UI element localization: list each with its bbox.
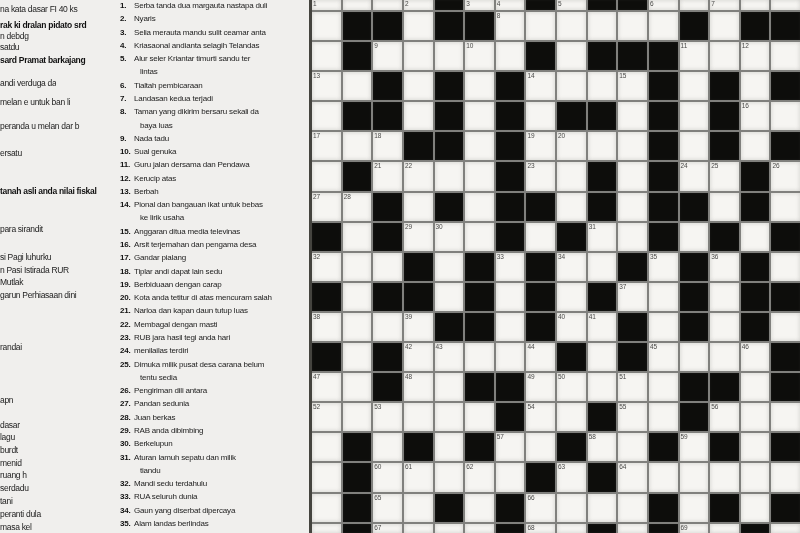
grid-cell[interactable] bbox=[465, 72, 494, 100]
grid-cell[interactable]: 7 bbox=[710, 0, 739, 10]
grid-cell[interactable] bbox=[741, 433, 770, 461]
grid-cell[interactable] bbox=[618, 162, 647, 190]
grid-cell[interactable]: 38 bbox=[312, 313, 341, 341]
grid-cell[interactable] bbox=[465, 102, 494, 130]
clue-number: 27. bbox=[120, 399, 134, 409]
clue-text: Berbah bbox=[134, 187, 159, 196]
grid-cell[interactable] bbox=[404, 494, 433, 522]
clue-text: Kerucip atas bbox=[134, 174, 176, 183]
grid-cell-black bbox=[710, 72, 739, 100]
grid-cell[interactable] bbox=[435, 524, 464, 533]
grid-cell[interactable] bbox=[618, 193, 647, 221]
grid-cell-black bbox=[496, 403, 525, 431]
grid-cell[interactable]: 46 bbox=[741, 343, 770, 371]
grid-cell-black bbox=[741, 524, 770, 533]
cell-clue-number: 47 bbox=[313, 373, 320, 380]
grid-cell[interactable]: 3 bbox=[465, 0, 494, 10]
left-text-fragment-line: andi verduga dakan bbox=[0, 78, 56, 88]
grid-cell[interactable]: 40 bbox=[557, 313, 586, 341]
grid-cell[interactable] bbox=[526, 12, 555, 40]
grid-cell[interactable]: 1 bbox=[312, 0, 341, 10]
grid-cell[interactable] bbox=[680, 132, 709, 160]
grid-cell[interactable] bbox=[404, 102, 433, 130]
grid-cell[interactable] bbox=[771, 253, 800, 281]
grid-cell[interactable] bbox=[710, 313, 739, 341]
clue-number: 21. bbox=[120, 306, 134, 316]
grid-cell[interactable] bbox=[680, 72, 709, 100]
grid-cell-black bbox=[741, 193, 770, 221]
grid-cell[interactable]: 61 bbox=[404, 463, 433, 491]
clue-item: 12.Kerucip atas bbox=[120, 174, 310, 184]
grid-cell[interactable] bbox=[465, 403, 494, 431]
grid-cell-black bbox=[771, 494, 800, 522]
grid-cell[interactable] bbox=[741, 494, 770, 522]
grid-cell[interactable]: 29 bbox=[404, 223, 433, 251]
grid-cell[interactable] bbox=[465, 223, 494, 251]
clue-text: Kota anda tetitur di atas mencuram salah bbox=[134, 293, 272, 302]
grid-cell[interactable]: 36 bbox=[710, 253, 739, 281]
clue-number: 9. bbox=[120, 134, 134, 144]
grid-cell-black bbox=[435, 102, 464, 130]
grid-cell[interactable] bbox=[404, 42, 433, 70]
grid-cell[interactable] bbox=[343, 0, 372, 10]
grid-cell[interactable] bbox=[312, 42, 341, 70]
grid-cell[interactable] bbox=[649, 283, 678, 311]
grid-cell[interactable]: 28 bbox=[343, 193, 372, 221]
grid-cell[interactable]: 16 bbox=[741, 102, 770, 130]
grid-cell[interactable]: 63 bbox=[557, 463, 586, 491]
grid-cell[interactable] bbox=[435, 42, 464, 70]
grid-cell[interactable]: 51 bbox=[618, 373, 647, 401]
grid-cell[interactable] bbox=[771, 42, 800, 70]
grid-cell[interactable] bbox=[588, 373, 617, 401]
grid-cell[interactable]: 41 bbox=[588, 313, 617, 341]
grid-cell[interactable] bbox=[771, 403, 800, 431]
grid-cell-black bbox=[618, 42, 647, 70]
grid-cell-black bbox=[496, 193, 525, 221]
grid-cell[interactable] bbox=[496, 42, 525, 70]
grid-cell[interactable] bbox=[435, 373, 464, 401]
grid-cell[interactable]: 20 bbox=[557, 132, 586, 160]
grid-cell[interactable]: 22 bbox=[404, 162, 433, 190]
cell-clue-number: 34 bbox=[558, 253, 565, 260]
grid-cell[interactable]: 23 bbox=[526, 162, 555, 190]
grid-cell[interactable]: 27 bbox=[312, 193, 341, 221]
grid-cell[interactable] bbox=[465, 343, 494, 371]
grid-cell-black bbox=[618, 343, 647, 371]
grid-cell[interactable] bbox=[312, 524, 341, 533]
grid-cell[interactable] bbox=[312, 463, 341, 491]
clue-continuation-line: tentu sedia bbox=[120, 373, 330, 383]
grid-cell[interactable] bbox=[343, 403, 372, 431]
grid-cell-black bbox=[496, 102, 525, 130]
grid-cell[interactable] bbox=[618, 12, 647, 40]
grid-cell[interactable] bbox=[557, 524, 586, 533]
grid-cell[interactable] bbox=[404, 72, 433, 100]
grid-cell[interactable] bbox=[404, 524, 433, 533]
grid-cell-black bbox=[741, 313, 770, 341]
clue-number: 24. bbox=[120, 346, 134, 356]
grid-cell-black bbox=[373, 193, 402, 221]
grid-cell[interactable] bbox=[526, 102, 555, 130]
clue-text-panel: na kata dasar FI 40 ksrak ki dralan pida… bbox=[0, 0, 309, 533]
grid-cell[interactable] bbox=[680, 343, 709, 371]
grid-cell[interactable] bbox=[771, 524, 800, 533]
grid-cell[interactable]: 42 bbox=[404, 343, 433, 371]
grid-cell[interactable]: 33 bbox=[496, 253, 525, 281]
grid-cell[interactable]: 21 bbox=[373, 162, 402, 190]
grid-cell[interactable] bbox=[618, 132, 647, 160]
grid-cell[interactable]: 26 bbox=[771, 162, 800, 190]
grid-cell[interactable]: 30 bbox=[435, 223, 464, 251]
clue-text: Membagal dengan masti bbox=[134, 320, 217, 329]
grid-cell[interactable] bbox=[435, 253, 464, 281]
clue-number: 32. bbox=[120, 479, 134, 489]
grid-cell[interactable]: 34 bbox=[557, 253, 586, 281]
grid-cell[interactable] bbox=[373, 253, 402, 281]
grid-cell[interactable] bbox=[588, 12, 617, 40]
grid-cell[interactable] bbox=[680, 102, 709, 130]
left-text-fragment-line: masa kel bbox=[0, 522, 42, 532]
grid-cell[interactable]: 11 bbox=[680, 42, 709, 70]
grid-cell[interactable] bbox=[588, 72, 617, 100]
grid-cell[interactable] bbox=[557, 162, 586, 190]
grid-cell[interactable]: 67 bbox=[373, 524, 402, 533]
grid-cell-black bbox=[526, 283, 555, 311]
grid-cell[interactable] bbox=[496, 283, 525, 311]
grid-cell[interactable]: 66 bbox=[526, 494, 555, 522]
cell-clue-number: 27 bbox=[313, 193, 320, 200]
left-text-fragment-line: garun Perhiasaan dini bbox=[0, 290, 100, 300]
clue-number: 3. bbox=[120, 28, 134, 38]
clue-number: 28. bbox=[120, 413, 134, 423]
grid-cell[interactable] bbox=[710, 193, 739, 221]
cell-clue-number: 22 bbox=[405, 162, 412, 169]
grid-cell[interactable] bbox=[741, 463, 770, 491]
grid-cell[interactable]: 17 bbox=[312, 132, 341, 160]
grid-cell[interactable]: 62 bbox=[465, 463, 494, 491]
grid-cell[interactable] bbox=[680, 0, 709, 10]
grid-cell[interactable] bbox=[435, 283, 464, 311]
grid-cell[interactable] bbox=[710, 42, 739, 70]
grid-cell[interactable]: 53 bbox=[373, 403, 402, 431]
grid-cell[interactable] bbox=[343, 283, 372, 311]
grid-cell[interactable] bbox=[618, 524, 647, 533]
grid-cell[interactable]: 56 bbox=[710, 403, 739, 431]
clue-text: tiandu bbox=[140, 466, 161, 475]
cell-clue-number: 38 bbox=[313, 313, 320, 320]
grid-cell-black bbox=[710, 433, 739, 461]
grid-cell[interactable] bbox=[404, 403, 433, 431]
grid-cell[interactable] bbox=[771, 193, 800, 221]
grid-cell[interactable] bbox=[649, 403, 678, 431]
left-text-fragment-line: burdt bbox=[0, 445, 36, 455]
cell-clue-number: 26 bbox=[772, 162, 779, 169]
grid-cell[interactable] bbox=[343, 253, 372, 281]
grid-cell-black bbox=[710, 102, 739, 130]
grid-cell[interactable] bbox=[618, 223, 647, 251]
grid-cell-black bbox=[404, 433, 433, 461]
grid-cell[interactable] bbox=[343, 132, 372, 160]
grid-cell[interactable] bbox=[312, 162, 341, 190]
grid-cell[interactable]: 68 bbox=[526, 524, 555, 533]
clue-text: Taman yang dikirim bersaru sekali da bbox=[134, 107, 259, 116]
grid-cell-black bbox=[404, 132, 433, 160]
grid-cell[interactable] bbox=[404, 193, 433, 221]
grid-cell[interactable] bbox=[557, 12, 586, 40]
grid-cell[interactable] bbox=[312, 494, 341, 522]
grid-cell-black bbox=[435, 313, 464, 341]
grid-cell[interactable] bbox=[649, 313, 678, 341]
grid-cell-black bbox=[649, 42, 678, 70]
cell-clue-number: 16 bbox=[742, 102, 749, 109]
grid-cell-black bbox=[771, 433, 800, 461]
grid-cell[interactable]: 44 bbox=[526, 343, 555, 371]
grid-cell[interactable] bbox=[496, 313, 525, 341]
grid-cell-black bbox=[526, 0, 555, 10]
clue-item: 35.Alam landas berlindas bbox=[120, 519, 310, 529]
crossword-scan-page: na kata dasar FI 40 ksrak ki dralan pida… bbox=[0, 0, 800, 533]
clue-item: 17.Gandar pialang bbox=[120, 253, 310, 263]
clue-item: 1.Serba tanda dua margauta nastapa duli bbox=[120, 1, 310, 11]
grid-cell[interactable] bbox=[741, 403, 770, 431]
clue-text: Mandi sedu terdahulu bbox=[134, 479, 207, 488]
cell-clue-number: 42 bbox=[405, 343, 412, 350]
clue-text: Kriasaonal andianta selagih Telandas bbox=[134, 41, 259, 50]
grid-cell[interactable]: 12 bbox=[741, 42, 770, 70]
grid-cell[interactable] bbox=[588, 132, 617, 160]
clue-item: 8.Taman yang dikirim bersaru sekali da bbox=[120, 107, 310, 117]
grid-cell[interactable]: 60 bbox=[373, 463, 402, 491]
cell-clue-number: 31 bbox=[589, 223, 596, 230]
grid-cell[interactable]: 59 bbox=[680, 433, 709, 461]
clue-item: 7.Landasan kedua terjadi bbox=[120, 94, 310, 104]
grid-cell-black bbox=[771, 343, 800, 371]
grid-cell[interactable] bbox=[404, 12, 433, 40]
grid-cell-black bbox=[649, 524, 678, 533]
grid-cell-black bbox=[496, 72, 525, 100]
grid-cell-black bbox=[343, 42, 372, 70]
grid-cell[interactable]: 50 bbox=[557, 373, 586, 401]
grid-cell[interactable] bbox=[312, 102, 341, 130]
grid-cell-black bbox=[496, 132, 525, 160]
grid-cell[interactable]: 54 bbox=[526, 403, 555, 431]
grid-cell[interactable]: 58 bbox=[588, 433, 617, 461]
grid-cell[interactable] bbox=[557, 403, 586, 431]
grid-cell[interactable] bbox=[680, 494, 709, 522]
grid-cell[interactable] bbox=[343, 373, 372, 401]
grid-cell[interactable] bbox=[741, 132, 770, 160]
grid-cell[interactable]: 31 bbox=[588, 223, 617, 251]
grid-cell[interactable] bbox=[435, 403, 464, 431]
clue-item: 20.Kota anda tetitur di atas mencuram sa… bbox=[120, 293, 310, 303]
grid-cell[interactable]: 47 bbox=[312, 373, 341, 401]
grid-cell[interactable] bbox=[710, 463, 739, 491]
grid-cell[interactable] bbox=[710, 524, 739, 533]
grid-cell[interactable] bbox=[435, 463, 464, 491]
grid-cell[interactable]: 2 bbox=[404, 0, 433, 10]
grid-cell[interactable] bbox=[373, 313, 402, 341]
grid-cell[interactable]: 6 bbox=[649, 0, 678, 10]
clue-text: Tiplar andi dapat lain sedu bbox=[134, 267, 222, 276]
grid-cell[interactable]: 25 bbox=[710, 162, 739, 190]
grid-cell-black bbox=[343, 12, 372, 40]
grid-cell[interactable]: 69 bbox=[680, 524, 709, 533]
cell-clue-number: 18 bbox=[374, 132, 381, 139]
grid-cell-black bbox=[343, 524, 372, 533]
clue-number: 35. bbox=[120, 519, 134, 529]
grid-cell[interactable]: 5 bbox=[557, 0, 586, 10]
grid-cell-black bbox=[496, 524, 525, 533]
grid-cell-black bbox=[435, 494, 464, 522]
clue-number: 34. bbox=[120, 506, 134, 516]
grid-cell[interactable]: 57 bbox=[496, 433, 525, 461]
grid-cell[interactable]: 45 bbox=[649, 343, 678, 371]
grid-cell[interactable] bbox=[557, 193, 586, 221]
grid-cell-black bbox=[710, 494, 739, 522]
cell-clue-number: 45 bbox=[650, 343, 657, 350]
clue-text: Berbiduaan dengan carap bbox=[134, 280, 221, 289]
grid-cell[interactable] bbox=[435, 162, 464, 190]
cell-clue-number: 5 bbox=[558, 0, 562, 7]
grid-cell[interactable]: 65 bbox=[373, 494, 402, 522]
cell-clue-number: 8 bbox=[497, 12, 501, 19]
grid-cell[interactable]: 18 bbox=[373, 132, 402, 160]
grid-cell[interactable]: 4 bbox=[496, 0, 525, 10]
grid-cell[interactable]: 48 bbox=[404, 373, 433, 401]
grid-cell-black bbox=[312, 223, 341, 251]
grid-cell[interactable]: 49 bbox=[526, 373, 555, 401]
grid-cell[interactable] bbox=[526, 223, 555, 251]
grid-cell[interactable] bbox=[710, 283, 739, 311]
grid-cell-black bbox=[465, 12, 494, 40]
left-text-fragment-line: serdadu bbox=[0, 483, 46, 493]
grid-cell[interactable] bbox=[465, 162, 494, 190]
grid-cell[interactable] bbox=[465, 494, 494, 522]
grid-cell[interactable] bbox=[465, 193, 494, 221]
grid-cell[interactable]: 10 bbox=[465, 42, 494, 70]
cell-clue-number: 55 bbox=[619, 403, 626, 410]
clue-number: 13. bbox=[120, 187, 134, 197]
grid-cell[interactable] bbox=[618, 433, 647, 461]
cell-clue-number: 1 bbox=[313, 0, 317, 7]
grid-cell[interactable]: 8 bbox=[496, 12, 525, 40]
grid-cell[interactable] bbox=[741, 223, 770, 251]
grid-cell-black bbox=[343, 463, 372, 491]
grid-cell[interactable] bbox=[649, 373, 678, 401]
grid-cell[interactable] bbox=[680, 223, 709, 251]
clue-number: 7. bbox=[120, 94, 134, 104]
clue-text: Alam landas berlindas bbox=[134, 519, 209, 528]
grid-cell[interactable]: 52 bbox=[312, 403, 341, 431]
grid-cell-black bbox=[557, 223, 586, 251]
cell-clue-number: 65 bbox=[374, 494, 381, 501]
grid-cell[interactable] bbox=[373, 0, 402, 10]
clue-text: Gaun yang diserbat dipercaya bbox=[134, 506, 235, 515]
clue-number: 26. bbox=[120, 386, 134, 396]
grid-cell[interactable]: 64 bbox=[618, 463, 647, 491]
grid-cell-black bbox=[618, 313, 647, 341]
grid-cell[interactable] bbox=[618, 102, 647, 130]
grid-cell[interactable] bbox=[649, 463, 678, 491]
grid-cell[interactable] bbox=[496, 463, 525, 491]
clue-number: 22. bbox=[120, 320, 134, 330]
grid-cell-black bbox=[373, 283, 402, 311]
clue-number: 10. bbox=[120, 147, 134, 157]
grid-cell[interactable]: 35 bbox=[649, 253, 678, 281]
grid-cell[interactable] bbox=[343, 343, 372, 371]
grid-cell-black bbox=[588, 162, 617, 190]
grid-cell[interactable] bbox=[557, 283, 586, 311]
grid-cell[interactable] bbox=[741, 72, 770, 100]
clue-text: Nyaris bbox=[134, 14, 155, 23]
cell-clue-number: 41 bbox=[589, 313, 596, 320]
grid-cell-black bbox=[649, 193, 678, 221]
grid-cell-black bbox=[649, 132, 678, 160]
grid-cell[interactable]: 9 bbox=[373, 42, 402, 70]
grid-cell[interactable] bbox=[588, 253, 617, 281]
clue-number: 11. bbox=[120, 160, 134, 170]
grid-cell[interactable] bbox=[771, 102, 800, 130]
grid-cell[interactable]: 43 bbox=[435, 343, 464, 371]
grid-cell[interactable] bbox=[343, 313, 372, 341]
grid-cell[interactable] bbox=[435, 433, 464, 461]
grid-cell[interactable] bbox=[588, 494, 617, 522]
grid-cell[interactable] bbox=[771, 463, 800, 491]
grid-cell[interactable] bbox=[557, 42, 586, 70]
grid-cell[interactable]: 55 bbox=[618, 403, 647, 431]
grid-cell[interactable]: 37 bbox=[618, 283, 647, 311]
grid-cell-black bbox=[526, 463, 555, 491]
grid-cell[interactable] bbox=[312, 433, 341, 461]
grid-cell[interactable]: 39 bbox=[404, 313, 433, 341]
cell-clue-number: 15 bbox=[619, 72, 626, 79]
grid-cell[interactable]: 24 bbox=[680, 162, 709, 190]
clue-text: Pional dan bangauan ikat untuk bebas bbox=[134, 200, 263, 209]
grid-cell[interactable] bbox=[557, 494, 586, 522]
grid-cell[interactable] bbox=[680, 463, 709, 491]
grid-cell[interactable] bbox=[741, 0, 770, 10]
grid-cell[interactable] bbox=[343, 223, 372, 251]
grid-cell[interactable] bbox=[771, 313, 800, 341]
grid-cell[interactable] bbox=[312, 12, 341, 40]
grid-cell[interactable] bbox=[343, 72, 372, 100]
grid-cell[interactable] bbox=[557, 72, 586, 100]
grid-cell[interactable]: 32 bbox=[312, 253, 341, 281]
cell-clue-number: 52 bbox=[313, 403, 320, 410]
grid-cell[interactable] bbox=[588, 343, 617, 371]
grid-cell[interactable]: 15 bbox=[618, 72, 647, 100]
grid-cell-black bbox=[771, 223, 800, 251]
crossword-grid: 1234567891011121314151617181920212223242… bbox=[309, 0, 800, 533]
grid-cell[interactable] bbox=[649, 12, 678, 40]
grid-cell[interactable]: 14 bbox=[526, 72, 555, 100]
grid-cell[interactable] bbox=[710, 343, 739, 371]
grid-cell[interactable] bbox=[771, 0, 800, 10]
grid-cell[interactable] bbox=[526, 433, 555, 461]
grid-cell[interactable] bbox=[373, 433, 402, 461]
grid-cell[interactable] bbox=[465, 524, 494, 533]
clue-item: 9.Nada tadu bbox=[120, 134, 310, 144]
grid-cell[interactable] bbox=[496, 343, 525, 371]
grid-cell[interactable] bbox=[618, 494, 647, 522]
grid-cell[interactable]: 19 bbox=[526, 132, 555, 160]
grid-cell[interactable]: 13 bbox=[312, 72, 341, 100]
grid-cell[interactable] bbox=[741, 373, 770, 401]
grid-cell[interactable] bbox=[465, 132, 494, 160]
clue-text: menilailas terdiri bbox=[134, 346, 188, 355]
grid-cell[interactable] bbox=[710, 12, 739, 40]
